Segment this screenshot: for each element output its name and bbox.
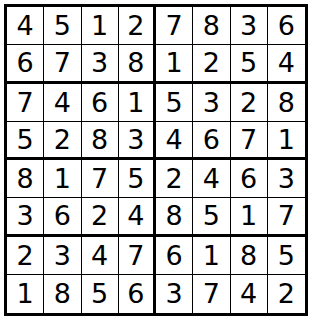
cell-r1c4[interactable]: 2 xyxy=(119,7,156,45)
cell-r1c8[interactable]: 6 xyxy=(268,7,305,45)
cell-r2c1[interactable]: 6 xyxy=(7,45,44,83)
cell-r2c6[interactable]: 2 xyxy=(193,45,230,83)
cell-r5c6[interactable]: 4 xyxy=(193,160,230,198)
cell-r2c2[interactable]: 7 xyxy=(44,45,81,83)
cell-r1c6[interactable]: 8 xyxy=(193,7,230,45)
cell-r7c3[interactable]: 4 xyxy=(82,237,119,275)
cell-r4c7[interactable]: 7 xyxy=(231,122,268,160)
cell-r8c6[interactable]: 7 xyxy=(193,275,230,313)
cell-r8c8[interactable]: 2 xyxy=(268,275,305,313)
cell-r7c4[interactable]: 7 xyxy=(119,237,156,275)
cell-r6c1[interactable]: 3 xyxy=(7,198,44,236)
cell-r4c4[interactable]: 3 xyxy=(119,122,156,160)
sudoku-board: 4512783667381254746153285283467181752463… xyxy=(4,4,308,316)
cell-r7c7[interactable]: 8 xyxy=(231,237,268,275)
cell-r4c6[interactable]: 6 xyxy=(193,122,230,160)
cell-r2c4[interactable]: 8 xyxy=(119,45,156,83)
cell-r6c8[interactable]: 7 xyxy=(268,198,305,236)
cell-r1c5[interactable]: 7 xyxy=(156,7,193,45)
cell-r3c2[interactable]: 4 xyxy=(44,84,81,122)
cell-r3c1[interactable]: 7 xyxy=(7,84,44,122)
cell-r6c2[interactable]: 6 xyxy=(44,198,81,236)
cell-r3c3[interactable]: 6 xyxy=(82,84,119,122)
cell-r8c7[interactable]: 4 xyxy=(231,275,268,313)
cell-r1c7[interactable]: 3 xyxy=(231,7,268,45)
cell-r3c8[interactable]: 8 xyxy=(268,84,305,122)
cell-r4c2[interactable]: 2 xyxy=(44,122,81,160)
cell-r6c5[interactable]: 8 xyxy=(156,198,193,236)
cell-r7c6[interactable]: 1 xyxy=(193,237,230,275)
cell-r1c1[interactable]: 4 xyxy=(7,7,44,45)
cell-r1c2[interactable]: 5 xyxy=(44,7,81,45)
cell-r5c3[interactable]: 7 xyxy=(82,160,119,198)
cell-r5c1[interactable]: 8 xyxy=(7,160,44,198)
cell-r8c3[interactable]: 5 xyxy=(82,275,119,313)
cell-r4c3[interactable]: 8 xyxy=(82,122,119,160)
cell-r6c4[interactable]: 4 xyxy=(119,198,156,236)
sudoku-page: 4512783667381254746153285283467181752463… xyxy=(0,0,312,320)
cell-r8c2[interactable]: 8 xyxy=(44,275,81,313)
cell-r8c4[interactable]: 6 xyxy=(119,275,156,313)
cell-r6c6[interactable]: 5 xyxy=(193,198,230,236)
cell-r3c4[interactable]: 1 xyxy=(119,84,156,122)
cell-r7c1[interactable]: 2 xyxy=(7,237,44,275)
cell-r3c7[interactable]: 2 xyxy=(231,84,268,122)
cell-r3c6[interactable]: 3 xyxy=(193,84,230,122)
cell-r2c3[interactable]: 3 xyxy=(82,45,119,83)
cell-r5c8[interactable]: 3 xyxy=(268,160,305,198)
cell-r4c8[interactable]: 1 xyxy=(268,122,305,160)
cell-r5c2[interactable]: 1 xyxy=(44,160,81,198)
cell-r1c3[interactable]: 1 xyxy=(82,7,119,45)
cell-r6c7[interactable]: 1 xyxy=(231,198,268,236)
cell-r5c5[interactable]: 2 xyxy=(156,160,193,198)
cell-r4c1[interactable]: 5 xyxy=(7,122,44,160)
cell-r8c1[interactable]: 1 xyxy=(7,275,44,313)
cell-r2c8[interactable]: 4 xyxy=(268,45,305,83)
cell-r2c7[interactable]: 5 xyxy=(231,45,268,83)
cell-r4c5[interactable]: 4 xyxy=(156,122,193,160)
cell-r6c3[interactable]: 2 xyxy=(82,198,119,236)
cell-r5c4[interactable]: 5 xyxy=(119,160,156,198)
cell-r7c8[interactable]: 5 xyxy=(268,237,305,275)
cell-r7c5[interactable]: 6 xyxy=(156,237,193,275)
cell-r2c5[interactable]: 1 xyxy=(156,45,193,83)
cell-r3c5[interactable]: 5 xyxy=(156,84,193,122)
cell-r5c7[interactable]: 6 xyxy=(231,160,268,198)
cell-r8c5[interactable]: 3 xyxy=(156,275,193,313)
cell-r7c2[interactable]: 3 xyxy=(44,237,81,275)
